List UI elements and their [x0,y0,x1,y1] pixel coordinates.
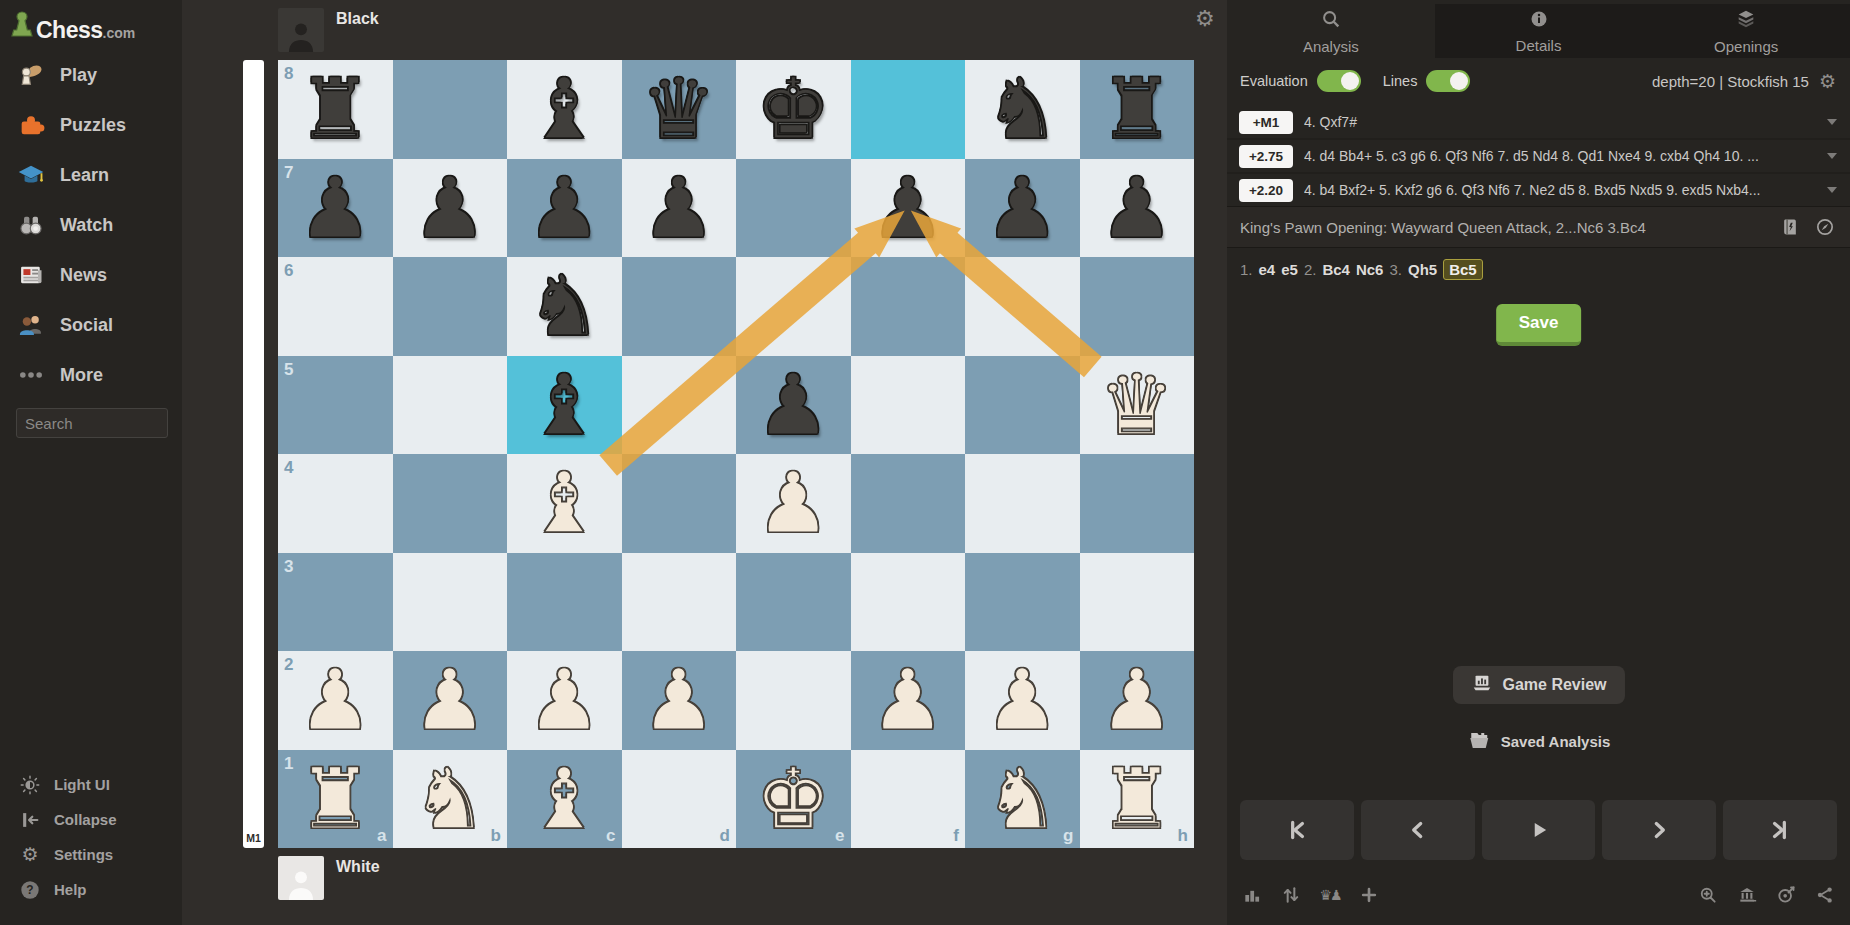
sidebar: Chess.com PlayPuzzlesLearnWatchNewsSocia… [0,0,182,925]
tab-analysis-label: Analysis [1303,38,1359,55]
white-rook-a1: ♜ [278,750,393,849]
square-a1[interactable]: 1a♜ [278,750,393,849]
forward-button[interactable] [1602,800,1716,860]
engine-line-2[interactable]: +2.75 4. d4 Bb4+ 5. c3 g6 6. Qf3 Nf6 7. … [1227,140,1850,174]
white-pawn-c2: ♟ [507,651,622,750]
current-move[interactable]: Bc5 [1443,259,1483,280]
move[interactable]: e4 [1259,261,1276,278]
line-moves: 4. Qxf7# [1304,114,1822,130]
line-moves: 4. b4 Bxf2+ 5. Kxf2 g6 6. Qf3 Nf6 7. Ne2… [1304,182,1822,198]
rank-label-5: 5 [284,361,293,378]
chess-board: 8♜♝♛♚♞♜7♟♟♟♟♟♟♟6♞5♝♟♛4♝♟32♟♟♟♟♟♟♟1a♜b♞c♝… [278,60,1194,848]
square-h2[interactable]: ♟ [1080,651,1195,750]
chevron-down-icon[interactable] [1822,152,1838,160]
black-pawn-b7: ♟ [393,159,508,258]
square-f2[interactable]: ♟ [851,651,966,750]
file-label-c: c [606,827,615,844]
opening-name: King's Pawn Opening: Wayward Queen Attac… [1240,219,1779,236]
white-pawn-h2: ♟ [1080,651,1195,750]
lines-switch[interactable] [1426,70,1470,92]
square-h7[interactable]: ♟ [1080,159,1195,258]
square-b8[interactable] [393,60,508,159]
black-knight-c6: ♞ [507,257,622,356]
footer-item-label: Settings [54,846,113,863]
library-bank-icon[interactable] [1736,884,1758,906]
file-label-h: h [1178,827,1188,844]
game-review-button[interactable]: Game Review [1452,666,1624,704]
lines-toggle[interactable]: Lines [1383,70,1471,92]
saved-analysis-button[interactable]: Saved Analysis [1467,728,1611,755]
square-c5[interactable]: ♝ [507,356,622,455]
black-avatar [278,8,324,52]
engine-settings-gear-icon[interactable]: ⚙ [1819,72,1836,91]
white-bishop-c1: ♝ [507,750,622,849]
black-bishop-c5: ♝ [507,356,622,455]
engine-status: depth=20 | Stockfish 15 [1652,73,1809,90]
rank-label-1: 1 [284,755,293,772]
rank-label-8: 8 [284,65,293,82]
black-pawn-h7: ♟ [1080,159,1195,258]
zoom-icon[interactable] [1697,884,1719,906]
square-h6[interactable] [1080,257,1195,356]
square-g2[interactable]: ♟ [965,651,1080,750]
evaluation-switch[interactable] [1317,70,1361,92]
white-pawn-b2: ♟ [393,651,508,750]
stacked-books-icon [1735,8,1757,34]
opening-book-icon[interactable] [1779,216,1801,238]
magnifier-icon [1320,8,1342,34]
move-number: 2. [1304,261,1317,278]
settings-icon: ⚙ [18,843,42,867]
saved-analysis-label: Saved Analysis [1501,733,1611,750]
square-b3[interactable] [393,553,508,652]
sidebar-item-social[interactable]: Social [0,300,182,350]
square-a5[interactable]: 5 [278,356,393,455]
more-icon [16,360,46,390]
square-e3[interactable] [736,553,851,652]
eval-badge: +2.75 [1239,145,1293,168]
square-g3[interactable] [965,553,1080,652]
analysis-panel: Analysis Details Openings Evaluation [1227,0,1850,925]
black-pawn-g7: ♟ [965,159,1080,258]
square-f3[interactable] [851,553,966,652]
square-a7[interactable]: 7♟ [278,159,393,258]
square-e4[interactable]: ♟ [736,454,851,553]
sidebar-item-news[interactable]: News [0,250,182,300]
square-h8[interactable]: ♜ [1080,60,1195,159]
black-pawn-a7: ♟ [278,159,393,258]
info-icon [1529,9,1549,33]
sidebar-item-label: Watch [60,215,113,236]
file-label-b: b [491,827,501,844]
collapse-icon [18,808,42,832]
square-g8[interactable]: ♞ [965,60,1080,159]
engine-lines: +M1 4. Qxf7# +2.75 4. d4 Bb4+ 5. c3 g6 6… [1227,106,1850,208]
square-e5[interactable]: ♟ [736,356,851,455]
engine-line-3[interactable]: +2.20 4. b4 Bxf2+ 5. Kxf2 g6 6. Qf3 Nf6 … [1227,174,1850,208]
chess-com-logo[interactable]: Chess.com [0,0,182,44]
sidebar-item-learn[interactable]: Learn [0,150,182,200]
square-a2[interactable]: 2♟ [278,651,393,750]
eval-score: M1 [243,832,264,844]
square-c3[interactable] [507,553,622,652]
light-ui-button[interactable]: Light UI [0,767,182,802]
engine-line-1[interactable]: +M1 4. Qxf7# [1227,106,1850,140]
square-h1[interactable]: h♜ [1080,750,1195,849]
square-b7[interactable]: ♟ [393,159,508,258]
chart-icon[interactable] [1241,884,1263,906]
tab-details[interactable]: Details [1435,4,1643,58]
white-pawn-a2: ♟ [278,651,393,750]
white-player-name: White [336,858,380,876]
square-h5[interactable]: ♛ [1080,356,1195,455]
square-f7[interactable]: ♟ [851,159,966,258]
black-pawn-f7: ♟ [851,159,966,258]
square-c1[interactable]: c♝ [507,750,622,849]
square-c7[interactable]: ♟ [507,159,622,258]
footer-item-label: Light UI [54,776,110,793]
square-g1[interactable]: g♞ [965,750,1080,849]
lines-toggle-label: Lines [1383,73,1418,89]
square-c2[interactable]: ♟ [507,651,622,750]
move-number: 3. [1389,261,1402,278]
black-rook-h8: ♜ [1080,60,1195,159]
file-label-a: a [377,827,386,844]
square-g5[interactable] [965,356,1080,455]
black-rook-a8: ♜ [278,60,393,159]
sidebar-item-label: Learn [60,165,109,186]
move-number: 1. [1240,261,1253,278]
square-b1[interactable]: b♞ [393,750,508,849]
square-c6[interactable]: ♞ [507,257,622,356]
pieces-setup-icon[interactable]: ♛♟ [1319,884,1341,906]
footer-item-label: Collapse [54,811,117,828]
square-b2[interactable]: ♟ [393,651,508,750]
sidebar-footer: Light UICollapse⚙Settings?Help [0,767,182,907]
square-d4[interactable] [622,454,737,553]
file-label-g: g [1063,827,1073,844]
chevron-down-icon[interactable] [1822,118,1838,126]
white-pawn-d2: ♟ [622,651,737,750]
square-b5[interactable] [393,356,508,455]
square-g7[interactable]: ♟ [965,159,1080,258]
flip-board-icon[interactable] [1280,884,1302,906]
sidebar-item-label: Puzzles [60,115,126,136]
rank-label-6: 6 [284,262,293,279]
board-settings-gear-icon[interactable]: ⚙ [1195,6,1215,32]
sidebar-item-label: More [60,365,103,386]
save-button[interactable]: Save [1496,304,1582,346]
square-g6[interactable] [965,257,1080,356]
puzzles-icon [16,110,46,140]
square-f8[interactable] [851,60,966,159]
brand-name: Chess [36,17,103,44]
file-label-f: f [953,827,959,844]
game-review-icon [1470,672,1492,698]
white-pawn-f2: ♟ [851,651,966,750]
evaluation-bar: M1 [243,60,264,848]
square-d8[interactable]: ♛ [622,60,737,159]
sidebar-item-label: News [60,265,107,286]
share-icon[interactable] [1814,884,1836,906]
square-c4[interactable]: ♝ [507,454,622,553]
help-icon: ? [18,878,42,902]
back-button[interactable] [1361,800,1475,860]
square-d2[interactable]: ♟ [622,651,737,750]
settings-button[interactable]: ⚙Settings [0,837,182,872]
black-queen-d8: ♛ [622,60,737,159]
svg-text:?: ? [26,883,33,897]
rank-label-2: 2 [284,656,293,673]
search-input[interactable] [16,408,168,438]
sidebar-item-more[interactable]: More [0,350,182,400]
square-a8[interactable]: 8♜ [278,60,393,159]
tab-openings-label: Openings [1714,38,1778,55]
square-a6[interactable]: 6 [278,257,393,356]
square-g4[interactable] [965,454,1080,553]
white-pawn-e4: ♟ [736,454,851,553]
black-pawn-e5: ♟ [736,356,851,455]
eval-badge: +M1 [1239,111,1293,134]
go-end-button[interactable] [1723,800,1837,860]
chevron-down-icon[interactable] [1822,186,1838,194]
black-knight-g8: ♞ [965,60,1080,159]
white-queen-h5: ♛ [1080,356,1195,455]
playback-controls [1240,800,1837,860]
square-d3[interactable] [622,553,737,652]
opening-name-row[interactable]: King's Pawn Opening: Wayward Queen Attac… [1227,206,1850,248]
square-e1[interactable]: e♚ [736,750,851,849]
square-h3[interactable] [1080,553,1195,652]
evaluation-toggle[interactable]: Evaluation [1240,70,1361,92]
footer-item-label: Help [54,881,87,898]
evaluation-toggle-label: Evaluation [1240,73,1308,89]
sidebar-item-label: Play [60,65,97,86]
collapse-button[interactable]: Collapse [0,802,182,837]
player-bottom-row: White [278,856,380,900]
move[interactable]: Bc4 [1322,261,1350,278]
sidebar-item-watch[interactable]: Watch [0,200,182,250]
move[interactable]: e5 [1281,261,1298,278]
black-player-name: Black [336,10,379,28]
logo-pawn-icon [10,10,34,42]
square-b6[interactable] [393,257,508,356]
panel-icon-row: ♛♟ [1241,884,1836,906]
square-a4[interactable]: 4 [278,454,393,553]
square-d5[interactable] [622,356,737,455]
learn-icon [16,160,46,190]
panel-tabs: Analysis Details Openings [1227,4,1850,58]
black-king-e8: ♚ [736,60,851,159]
rank-label-7: 7 [284,164,293,181]
sidebar-item-play[interactable]: Play [0,50,182,100]
play-button[interactable] [1482,800,1596,860]
white-avatar [278,856,324,900]
eval-badge: +2.20 [1239,179,1293,202]
square-f6[interactable] [851,257,966,356]
sidebar-nav: PlayPuzzlesLearnWatchNewsSocialMore [0,50,182,400]
square-d7[interactable]: ♟ [622,159,737,258]
square-c8[interactable]: ♝ [507,60,622,159]
tab-analysis[interactable]: Analysis [1227,4,1435,58]
white-king-e1: ♚ [736,750,851,849]
go-start-button[interactable] [1240,800,1354,860]
engine-toggles-row: Evaluation Lines depth=20 | Stockfish 15… [1227,58,1850,104]
tab-details-label: Details [1516,37,1562,54]
square-f1[interactable]: f [851,750,966,849]
square-e8[interactable]: ♚ [736,60,851,159]
file-label-d: d [720,827,730,844]
move[interactable]: Nc6 [1356,261,1384,278]
rank-label-3: 3 [284,558,293,575]
play-icon [16,60,46,90]
explorer-compass-icon[interactable] [1814,216,1836,238]
black-pawn-c7: ♟ [507,159,622,258]
news-icon [16,260,46,290]
add-icon[interactable] [1358,884,1380,906]
tab-openings[interactable]: Openings [1642,4,1850,58]
square-d6[interactable] [622,257,737,356]
light-ui-icon [18,773,42,797]
square-e7[interactable] [736,159,851,258]
square-e6[interactable] [736,257,851,356]
saved-analysis-folder-icon [1467,728,1491,755]
move-list: 1.e4e52.Bc4Nc63.Qh5Bc5 [1240,256,1483,282]
square-a3[interactable]: 3 [278,553,393,652]
player-top-row: Black [278,8,379,52]
sidebar-item-label: Social [60,315,113,336]
sidebar-item-puzzles[interactable]: Puzzles [0,100,182,150]
square-b4[interactable] [393,454,508,553]
square-d1[interactable]: d [622,750,737,849]
file-label-e: e [835,827,844,844]
move[interactable]: Qh5 [1408,261,1437,278]
brand-suffix: .com [103,25,136,41]
practice-target-icon[interactable] [1775,884,1797,906]
square-f5[interactable] [851,356,966,455]
square-e2[interactable] [736,651,851,750]
black-pawn-d7: ♟ [622,159,737,258]
square-f4[interactable] [851,454,966,553]
white-pawn-g2: ♟ [965,651,1080,750]
social-icon [16,310,46,340]
line-moves: 4. d4 Bb4+ 5. c3 g6 6. Qf3 Nf6 7. d5 Nd4… [1304,148,1822,164]
rank-label-4: 4 [284,459,293,476]
chess-com-analysis-page: Chess.com PlayPuzzlesLearnWatchNewsSocia… [0,0,1850,925]
black-bishop-c8: ♝ [507,60,622,159]
square-h4[interactable] [1080,454,1195,553]
game-review-label: Game Review [1502,676,1606,694]
help-button[interactable]: ?Help [0,872,182,907]
watch-icon [16,210,46,240]
white-bishop-c4: ♝ [507,454,622,553]
